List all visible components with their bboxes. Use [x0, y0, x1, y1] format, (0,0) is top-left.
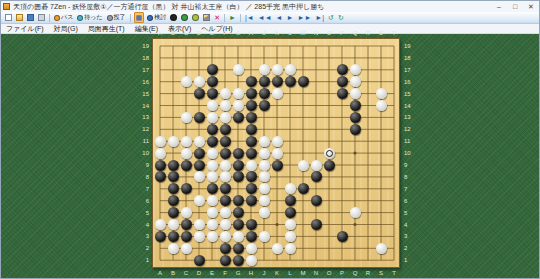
stone-black-C7 [181, 183, 192, 194]
maximize-button[interactable]: □ [507, 2, 523, 12]
stop-icon-glyph: ✕ [214, 13, 220, 22]
stone-white-O10 [324, 148, 335, 159]
forward-icon-glyph: ► [287, 13, 294, 22]
territory-icon [181, 14, 188, 21]
stone-white-B4 [168, 219, 179, 230]
stone-black-B8 [168, 171, 179, 182]
col-label-bottom-A: A [155, 270, 165, 276]
stone-white-F14 [220, 100, 231, 111]
stone-black-N6 [311, 195, 322, 206]
stone-white-F13 [220, 112, 231, 123]
stone-white-C10 [181, 148, 192, 159]
col-label-top-D: D [194, 30, 204, 36]
stone-black-H4 [246, 219, 257, 230]
row-label-left-8: 8 [140, 174, 149, 180]
stone-white-E14 [207, 100, 218, 111]
stone-white-D6 [194, 195, 205, 206]
stone-white-F8 [220, 171, 231, 182]
stone-black-M7 [298, 183, 309, 194]
stone-black-E16 [207, 76, 218, 87]
toolbar-separator [224, 14, 225, 22]
col-label-bottom-T: T [389, 270, 399, 276]
stone-black-G1 [233, 255, 244, 266]
stone-white-J17 [259, 64, 270, 75]
col-label-bottom-E: E [207, 270, 217, 276]
row-label-left-7: 7 [140, 186, 149, 192]
count-icon [192, 14, 199, 21]
col-label-top-N: N [311, 30, 321, 36]
stone-black-J16 [259, 76, 270, 87]
row-label-right-1: 1 [404, 257, 413, 263]
menu-bar: ファイル(F)対局(G)局面再生(T)編集(E)表示(V)ヘルプ(H) [1, 24, 539, 34]
col-label-bottom-H: H [246, 270, 256, 276]
col-label-bottom-D: D [194, 270, 204, 276]
print-icon [38, 14, 45, 21]
stone-white-L7 [285, 183, 296, 194]
col-label-top-A: A [155, 30, 165, 36]
fast-back-icon-glyph: ◄◄ [258, 13, 272, 22]
stone-black-H14 [246, 100, 257, 111]
stone-black-P17 [337, 64, 348, 75]
row-label-right-11: 11 [404, 138, 413, 144]
stone-white-L3 [285, 231, 296, 242]
stone-white-C11 [181, 136, 192, 147]
row-label-left-10: 10 [140, 150, 149, 156]
row-label-left-15: 15 [140, 91, 149, 97]
row-label-right-13: 13 [404, 114, 413, 120]
col-label-top-E: E [207, 30, 217, 36]
stone-white-F15 [220, 88, 231, 99]
row-label-left-13: 13 [140, 114, 149, 120]
col-label-bottom-S: S [376, 270, 386, 276]
stone-black-A9 [155, 160, 166, 171]
row-label-left-3: 3 [140, 233, 149, 239]
stone-black-C9 [181, 160, 192, 171]
col-label-top-T: T [389, 30, 399, 36]
col-label-bottom-G: G [233, 270, 243, 276]
row-label-right-2: 2 [404, 245, 413, 251]
stone-black-G9 [233, 160, 244, 171]
stone-black-Q14 [350, 100, 361, 111]
row-label-left-1: 1 [140, 257, 149, 263]
stone-white-H2 [246, 243, 257, 254]
col-label-bottom-L: L [285, 270, 295, 276]
stone-white-E5 [207, 207, 218, 218]
col-label-top-S: S [376, 30, 386, 36]
row-label-left-6: 6 [140, 198, 149, 204]
stone-white-A11 [155, 136, 166, 147]
stone-black-O9 [324, 160, 335, 171]
stone-white-K2 [272, 243, 283, 254]
stone-black-H13 [246, 112, 257, 123]
stop-icon[interactable]: ✕ [213, 13, 221, 22]
pass-button-icon [54, 15, 60, 21]
stone-black-H16 [246, 76, 257, 87]
col-label-top-G: G [233, 30, 243, 36]
col-label-bottom-B: B [168, 270, 178, 276]
toolbar-separator [240, 14, 241, 22]
col-label-bottom-N: N [311, 270, 321, 276]
stone-white-G3 [233, 231, 244, 242]
col-label-top-K: K [272, 30, 282, 36]
stone-white-E6 [207, 195, 218, 206]
first-move-icon-glyph: |◄ [245, 13, 254, 22]
stone-black-D1 [194, 255, 205, 266]
row-label-right-10: 10 [404, 150, 413, 156]
stone-black-H15 [246, 88, 257, 99]
row-label-left-16: 16 [140, 79, 149, 85]
close-button[interactable]: ✕ [523, 2, 539, 12]
stone-black-J14 [259, 100, 270, 111]
stone-black-L5 [285, 207, 296, 218]
stone-white-S15 [376, 88, 387, 99]
stone-white-E9 [207, 160, 218, 171]
print-icon[interactable] [37, 13, 46, 22]
stone-black-G8 [233, 171, 244, 182]
last-move-marker [326, 150, 333, 157]
col-label-bottom-R: R [363, 270, 373, 276]
stone-white-E4 [207, 219, 218, 230]
first-move-icon[interactable]: |◄ [244, 13, 255, 22]
back-icon[interactable]: ◄ [275, 13, 284, 22]
stone-white-H9 [246, 160, 257, 171]
stone-black-F12 [220, 124, 231, 135]
stone-white-J9 [259, 160, 270, 171]
row-label-right-9: 9 [404, 162, 413, 168]
stone-black-B3 [168, 231, 179, 242]
play-icon-glyph: ► [229, 13, 236, 22]
stone-black-H3 [246, 231, 257, 242]
stone-white-D11 [194, 136, 205, 147]
stone-white-Q5 [350, 207, 361, 218]
stone-white-H1 [246, 255, 257, 266]
row-label-left-4: 4 [140, 222, 149, 228]
stone-white-D16 [194, 76, 205, 87]
stone-white-F3 [220, 231, 231, 242]
edit-icon[interactable] [202, 13, 211, 22]
stone-black-B6 [168, 195, 179, 206]
stone-white-C13 [181, 112, 192, 123]
toolbar: パス待った投了▦検討✕►|◄◄◄◄►►►►|↺↻ [1, 12, 539, 24]
stone-white-J6 [259, 195, 270, 206]
row-label-left-9: 9 [140, 162, 149, 168]
row-label-right-6: 6 [404, 198, 413, 204]
col-label-top-B: B [168, 30, 178, 36]
stone-black-Q12 [350, 124, 361, 135]
stone-white-C5 [181, 207, 192, 218]
col-label-bottom-Q: Q [350, 270, 360, 276]
pass-button-label: パス [61, 13, 73, 22]
new-game-icon [5, 14, 12, 21]
stone-black-H7 [246, 183, 257, 194]
stone-white-J5 [259, 207, 270, 218]
col-label-top-J: J [259, 30, 269, 36]
black-stone-icon [170, 14, 177, 21]
menu-item-2[interactable]: 局面再生(T) [83, 24, 130, 34]
col-label-top-F: F [220, 30, 230, 36]
row-label-right-8: 8 [404, 174, 413, 180]
stone-black-E12 [207, 124, 218, 135]
row-label-left-14: 14 [140, 103, 149, 109]
row-label-right-7: 7 [404, 186, 413, 192]
stone-black-P15 [337, 88, 348, 99]
stone-black-G6 [233, 195, 244, 206]
app-icon [3, 3, 10, 10]
stone-black-F6 [220, 195, 231, 206]
stone-black-C4 [181, 219, 192, 230]
stone-black-M16 [298, 76, 309, 87]
stone-white-N9 [311, 160, 322, 171]
col-label-bottom-O: O [324, 270, 334, 276]
col-label-top-P: P [337, 30, 347, 36]
stone-white-M9 [298, 160, 309, 171]
stone-black-D9 [194, 160, 205, 171]
last-move-icon-glyph: ►| [315, 13, 324, 22]
board-mode-icon[interactable]: ▦ [134, 12, 145, 23]
minimize-button[interactable]: – [491, 2, 507, 12]
stone-white-A4 [155, 219, 166, 230]
play-icon[interactable]: ► [228, 13, 237, 22]
stone-white-J7 [259, 183, 270, 194]
stone-black-B7 [168, 183, 179, 194]
analyze-button-label: 検討 [154, 13, 166, 22]
stone-black-N4 [311, 219, 322, 230]
resign-button-label: 投了 [114, 13, 126, 22]
fast-back-icon[interactable]: ◄◄ [257, 13, 273, 22]
stone-black-A8 [155, 171, 166, 182]
row-label-right-3: 3 [404, 233, 413, 239]
stone-white-D3 [194, 231, 205, 242]
stone-white-F4 [220, 219, 231, 230]
stone-white-A10 [155, 148, 166, 159]
stone-white-C2 [181, 243, 192, 254]
stone-black-E11 [207, 136, 218, 147]
stone-white-E13 [207, 112, 218, 123]
stone-black-B5 [168, 207, 179, 218]
row-label-left-5: 5 [140, 210, 149, 216]
stone-black-D10 [194, 148, 205, 159]
stone-white-D8 [194, 171, 205, 182]
stone-black-P16 [337, 76, 348, 87]
window-title: 天頂の囲碁 7Zen - 妖怪屋敷①／一方通行屋（黒） 対 井山裕太王座（白） … [13, 2, 491, 12]
row-label-left-19: 19 [140, 43, 149, 49]
stone-white-J11 [259, 136, 270, 147]
board-mode-icon-glyph: ▦ [136, 13, 143, 22]
black-stone-icon[interactable] [169, 13, 178, 22]
col-label-bottom-J: J [259, 270, 269, 276]
count-icon[interactable] [191, 13, 200, 22]
stone-white-G14 [233, 100, 244, 111]
stone-black-F10 [220, 148, 231, 159]
stone-white-J3 [259, 231, 270, 242]
rotate-left-icon-glyph: ↺ [328, 13, 334, 22]
stone-black-E7 [207, 183, 218, 194]
row-label-right-17: 17 [404, 67, 413, 73]
stone-black-F7 [220, 183, 231, 194]
stone-white-J10 [259, 148, 270, 159]
stone-white-B11 [168, 136, 179, 147]
rotate-right-icon-glyph: ↻ [338, 13, 344, 22]
row-label-right-16: 16 [404, 79, 413, 85]
row-label-left-18: 18 [140, 55, 149, 61]
stone-white-L4 [285, 219, 296, 230]
fast-forward-icon[interactable]: ►► [296, 13, 312, 22]
territory-icon[interactable] [180, 13, 189, 22]
col-label-bottom-C: C [181, 270, 191, 276]
stone-white-E3 [207, 231, 218, 242]
stone-white-K15 [272, 88, 283, 99]
stone-white-F9 [220, 160, 231, 171]
col-label-top-M: M [298, 30, 308, 36]
col-label-top-C: C [181, 30, 191, 36]
stone-white-B2 [168, 243, 179, 254]
stone-white-D4 [194, 219, 205, 230]
undo-button[interactable]: 待った [76, 13, 103, 22]
undo-button-label: 待った [84, 13, 102, 22]
stone-black-L16 [285, 76, 296, 87]
stone-black-D13 [194, 112, 205, 123]
stone-white-G17 [233, 64, 244, 75]
stone-black-H11 [246, 136, 257, 147]
row-label-right-15: 15 [404, 91, 413, 97]
stone-black-H12 [246, 124, 257, 135]
stone-white-Q16 [350, 76, 361, 87]
toolbar-separator [130, 14, 131, 22]
stone-white-S14 [376, 100, 387, 111]
stone-black-G4 [233, 219, 244, 230]
stone-white-Q17 [350, 64, 361, 75]
row-label-left-17: 17 [140, 67, 149, 73]
fast-forward-icon-glyph: ►► [297, 13, 311, 22]
stone-black-F2 [220, 243, 231, 254]
col-label-bottom-F: F [220, 270, 230, 276]
row-label-left-11: 11 [140, 138, 149, 144]
stone-black-E17 [207, 64, 218, 75]
col-label-bottom-K: K [272, 270, 282, 276]
stone-black-G2 [233, 243, 244, 254]
stone-black-G10 [233, 148, 244, 159]
stone-black-B9 [168, 160, 179, 171]
edit-icon [203, 14, 210, 21]
stone-black-G13 [233, 112, 244, 123]
app-window: 天頂の囲碁 7Zen - 妖怪屋敷①／一方通行屋（黒） 対 井山裕太王座（白） … [0, 0, 540, 279]
row-label-right-5: 5 [404, 210, 413, 216]
stone-black-F11 [220, 136, 231, 147]
stone-black-H6 [246, 195, 257, 206]
col-label-bottom-M: M [298, 270, 308, 276]
row-label-right-4: 4 [404, 222, 413, 228]
row-label-left-12: 12 [140, 126, 149, 132]
col-label-top-R: R [363, 30, 373, 36]
row-label-right-14: 14 [404, 103, 413, 109]
stone-black-N8 [311, 171, 322, 182]
row-label-right-18: 18 [404, 55, 413, 61]
stone-black-H8 [246, 171, 257, 182]
stone-white-K17 [272, 64, 283, 75]
col-label-top-O: O [324, 30, 334, 36]
row-label-right-19: 19 [404, 43, 413, 49]
rotate-right-icon[interactable]: ↻ [337, 13, 345, 22]
resign-button-icon [107, 15, 113, 21]
stone-white-J8 [259, 171, 270, 182]
back-icon-glyph: ◄ [276, 13, 283, 22]
open-file-icon[interactable] [15, 13, 24, 22]
save-file-icon [27, 14, 34, 21]
resign-button[interactable]: 投了 [106, 13, 127, 22]
col-label-bottom-P: P [337, 270, 347, 276]
stone-white-L2 [285, 243, 296, 254]
save-file-icon[interactable] [26, 13, 35, 22]
stone-white-K11 [272, 136, 283, 147]
stone-white-S2 [376, 243, 387, 254]
stone-white-G15 [233, 88, 244, 99]
row-label-left-2: 2 [140, 245, 149, 251]
stone-black-F1 [220, 255, 231, 266]
toolbar-separator [49, 14, 50, 22]
stone-black-D15 [194, 88, 205, 99]
forward-icon[interactable]: ► [286, 13, 295, 22]
stone-white-E10 [207, 148, 218, 159]
stone-white-F5 [220, 207, 231, 218]
stone-black-Q13 [350, 112, 361, 123]
last-move-icon[interactable]: ►| [314, 13, 325, 22]
undo-button-icon [77, 15, 83, 21]
stone-black-K16 [272, 76, 283, 87]
stone-white-L17 [285, 64, 296, 75]
row-label-right-12: 12 [404, 126, 413, 132]
col-label-top-L: L [285, 30, 295, 36]
stone-black-G5 [233, 207, 244, 218]
rotate-left-icon[interactable]: ↺ [327, 13, 335, 22]
analyze-button[interactable]: 検討 [146, 13, 167, 22]
stone-black-H10 [246, 148, 257, 159]
pass-button[interactable]: パス [53, 13, 74, 22]
stone-black-J15 [259, 88, 270, 99]
stone-black-E15 [207, 88, 218, 99]
menu-item-1[interactable]: 対局(G) [49, 24, 83, 34]
stone-white-C16 [181, 76, 192, 87]
analyze-button-icon [147, 15, 153, 21]
stone-black-C3 [181, 231, 192, 242]
stone-black-A3 [155, 231, 166, 242]
col-label-top-Q: Q [350, 30, 360, 36]
new-game-icon[interactable] [4, 13, 13, 22]
open-file-icon [16, 14, 23, 21]
stone-black-P3 [337, 231, 348, 242]
title-bar: 天頂の囲碁 7Zen - 妖怪屋敷①／一方通行屋（黒） 対 井山裕太王座（白） … [1, 1, 539, 12]
stone-black-L6 [285, 195, 296, 206]
go-board[interactable] [152, 38, 400, 268]
stone-white-K10 [272, 148, 283, 159]
menu-item-0[interactable]: ファイル(F) [1, 24, 49, 34]
stone-white-E8 [207, 171, 218, 182]
stone-white-Q15 [350, 88, 361, 99]
stone-black-K9 [272, 160, 283, 171]
board-background: AA1919BB1818CC1717DD1616EE1515FF1414GG13… [1, 34, 539, 278]
col-label-top-H: H [246, 30, 256, 36]
